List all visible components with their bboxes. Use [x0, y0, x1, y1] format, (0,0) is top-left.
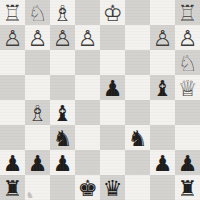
piece-black-pawn[interactable]: ♟ [28, 153, 48, 175]
square-d8[interactable]: ♛ [100, 175, 125, 200]
square-e7[interactable] [75, 150, 100, 175]
square-f2[interactable]: ♙ [50, 25, 75, 50]
piece-white-rook[interactable]: ♖ [3, 3, 23, 25]
piece-black-queen[interactable]: ♛ [103, 178, 123, 200]
square-a4[interactable]: ♕ [175, 75, 200, 100]
square-a7[interactable]: ♟ [175, 150, 200, 175]
square-f4[interactable] [50, 75, 75, 100]
square-a3[interactable]: ♘ [175, 50, 200, 75]
square-d4[interactable]: ♟ [100, 75, 125, 100]
square-h7[interactable]: ♟ [0, 150, 25, 175]
square-h5[interactable] [0, 100, 25, 125]
square-g6[interactable] [25, 125, 50, 150]
piece-white-pawn[interactable]: ♙ [28, 28, 48, 50]
piece-black-bishop[interactable]: ♝ [53, 103, 73, 125]
piece-black-knight[interactable]: ♞ [53, 128, 73, 150]
square-e4[interactable] [75, 75, 100, 100]
square-h6[interactable] [0, 125, 25, 150]
square-c3[interactable] [125, 50, 150, 75]
square-e8[interactable]: ♚ [75, 175, 100, 200]
piece-white-bishop[interactable]: ♗ [28, 103, 48, 125]
piece-black-pawn[interactable]: ♟ [53, 153, 73, 175]
square-a8[interactable]: ♜ [175, 175, 200, 200]
square-b2[interactable]: ♙ [150, 25, 175, 50]
piece-white-pawn[interactable]: ♙ [153, 28, 173, 50]
square-g4[interactable] [25, 75, 50, 100]
square-g1[interactable]: ♘ [25, 0, 50, 25]
chess-board: ♖♘♗♔♖♙♙♙♙♙♙♘♟♝♕♗♝♞♞♟♟♟♟♟♜♞♚♛♜ [0, 0, 200, 200]
square-e1[interactable] [75, 0, 100, 25]
square-b1[interactable] [150, 0, 175, 25]
square-d1[interactable]: ♔ [100, 0, 125, 25]
square-g2[interactable]: ♙ [25, 25, 50, 50]
piece-white-bishop[interactable]: ♗ [53, 3, 73, 25]
square-g5[interactable]: ♗ [25, 100, 50, 125]
square-h3[interactable] [0, 50, 25, 75]
square-e5[interactable] [75, 100, 100, 125]
square-a6[interactable] [175, 125, 200, 150]
square-e2[interactable]: ♙ [75, 25, 100, 50]
piece-black-pawn[interactable]: ♟ [103, 78, 123, 100]
piece-black-pawn[interactable]: ♟ [178, 153, 198, 175]
square-g7[interactable]: ♟ [25, 150, 50, 175]
square-d7[interactable] [100, 150, 125, 175]
square-g8[interactable]: ♞ [25, 175, 50, 200]
square-e6[interactable] [75, 125, 100, 150]
square-f5[interactable]: ♝ [50, 100, 75, 125]
piece-black-rook[interactable]: ♜ [178, 178, 198, 200]
square-b5[interactable] [150, 100, 175, 125]
square-b6[interactable] [150, 125, 175, 150]
square-h4[interactable] [0, 75, 25, 100]
square-d2[interactable] [100, 25, 125, 50]
piece-white-pawn[interactable]: ♙ [53, 28, 73, 50]
piece-black-knight[interactable]: ♞ [128, 128, 148, 150]
piece-black-pawn[interactable]: ♟ [153, 153, 173, 175]
piece-black-bishop[interactable]: ♝ [153, 78, 173, 100]
square-h1[interactable]: ♖ [0, 0, 25, 25]
square-c1[interactable] [125, 0, 150, 25]
square-f7[interactable]: ♟ [50, 150, 75, 175]
piece-white-rook[interactable]: ♖ [178, 3, 198, 25]
square-a5[interactable] [175, 100, 200, 125]
piece-white-pawn[interactable]: ♙ [78, 28, 98, 50]
square-f8[interactable] [50, 175, 75, 200]
square-h2[interactable]: ♙ [0, 25, 25, 50]
square-f1[interactable]: ♗ [50, 0, 75, 25]
square-f3[interactable] [50, 50, 75, 75]
square-b4[interactable]: ♝ [150, 75, 175, 100]
square-c5[interactable] [125, 100, 150, 125]
piece-black-rook[interactable]: ♜ [3, 178, 23, 200]
square-c7[interactable] [125, 150, 150, 175]
square-f6[interactable]: ♞ [50, 125, 75, 150]
square-g3[interactable] [25, 50, 50, 75]
square-c2[interactable] [125, 25, 150, 50]
square-h8[interactable]: ♜ [0, 175, 25, 200]
piece-white-pawn[interactable]: ♙ [178, 28, 198, 50]
square-e3[interactable] [75, 50, 100, 75]
square-a2[interactable]: ♙ [175, 25, 200, 50]
square-b7[interactable]: ♟ [150, 150, 175, 175]
piece-black-pawn[interactable]: ♟ [3, 153, 23, 175]
square-d3[interactable] [100, 50, 125, 75]
piece-white-pawn[interactable]: ♙ [3, 28, 23, 50]
square-b8[interactable] [150, 175, 175, 200]
square-d6[interactable] [100, 125, 125, 150]
piece-white-king[interactable]: ♔ [103, 3, 123, 25]
ghost-piece-mark: ♞ [26, 191, 34, 200]
square-d5[interactable] [100, 100, 125, 125]
square-c8[interactable] [125, 175, 150, 200]
piece-white-knight[interactable]: ♘ [178, 53, 198, 75]
square-a1[interactable]: ♖ [175, 0, 200, 25]
piece-black-king[interactable]: ♚ [78, 178, 98, 200]
piece-white-knight[interactable]: ♘ [28, 3, 48, 25]
square-b3[interactable] [150, 50, 175, 75]
square-c6[interactable]: ♞ [125, 125, 150, 150]
piece-white-queen[interactable]: ♕ [178, 78, 198, 100]
square-c4[interactable] [125, 75, 150, 100]
